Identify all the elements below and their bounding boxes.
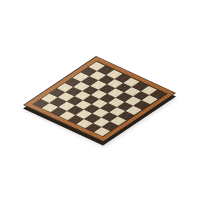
board-outer-trim xyxy=(23,56,176,142)
board-frame xyxy=(25,57,175,141)
product-photo-background xyxy=(0,0,200,200)
board-grid xyxy=(33,62,166,137)
chess-board xyxy=(23,56,176,142)
board-inner-trim xyxy=(32,61,168,137)
